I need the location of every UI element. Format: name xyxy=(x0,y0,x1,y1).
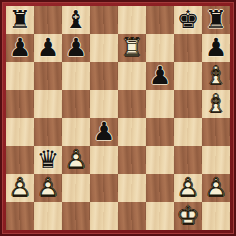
white-rook-e7[interactable]: ♜♖ xyxy=(118,34,146,62)
white-pawn-b2[interactable]: ♟♙ xyxy=(34,174,62,202)
piece-glyph: ♟ xyxy=(6,34,34,62)
square-e8[interactable] xyxy=(118,6,146,34)
piece-outline: ♙ xyxy=(6,174,34,202)
black-rook-a8[interactable]: ♜ xyxy=(6,6,34,34)
square-a3[interactable] xyxy=(6,146,34,174)
square-c3[interactable]: ♟♙ xyxy=(62,146,90,174)
square-a1[interactable] xyxy=(6,202,34,230)
square-d4[interactable]: ♟ xyxy=(90,118,118,146)
square-d2[interactable] xyxy=(90,174,118,202)
square-h7[interactable]: ♟ xyxy=(202,34,230,62)
piece-outline: ♗ xyxy=(202,90,230,118)
square-b2[interactable]: ♟♙ xyxy=(34,174,62,202)
square-g2[interactable]: ♟♙ xyxy=(174,174,202,202)
square-c2[interactable] xyxy=(62,174,90,202)
square-a6[interactable] xyxy=(6,62,34,90)
square-h8[interactable]: ♜ xyxy=(202,6,230,34)
square-e3[interactable] xyxy=(118,146,146,174)
white-pawn-c3[interactable]: ♟♙ xyxy=(62,146,90,174)
square-d6[interactable] xyxy=(90,62,118,90)
black-bishop-c8[interactable]: ♝ xyxy=(62,6,90,34)
square-b7[interactable]: ♟ xyxy=(34,34,62,62)
white-bishop-h5[interactable]: ♝♗ xyxy=(202,90,230,118)
square-c4[interactable] xyxy=(62,118,90,146)
black-pawn-c7[interactable]: ♟ xyxy=(62,34,90,62)
square-e6[interactable] xyxy=(118,62,146,90)
piece-glyph: ♟ xyxy=(90,118,118,146)
piece-glyph: ♚ xyxy=(174,6,202,34)
square-a8[interactable]: ♜ xyxy=(6,6,34,34)
piece-glyph: ♟ xyxy=(202,34,230,62)
square-d8[interactable] xyxy=(90,6,118,34)
square-b5[interactable] xyxy=(34,90,62,118)
piece-glyph: ♟ xyxy=(62,34,90,62)
square-b8[interactable] xyxy=(34,6,62,34)
square-d5[interactable] xyxy=(90,90,118,118)
board-frame: ♜♝♚♜♟♟♟♜♖♟♟♝♗♝♗♟♛♟♙♟♙♟♙♟♙♟♙♚♔ xyxy=(0,0,236,236)
square-b3[interactable]: ♛ xyxy=(34,146,62,174)
square-a4[interactable] xyxy=(6,118,34,146)
square-f6[interactable]: ♟ xyxy=(146,62,174,90)
black-rook-h8[interactable]: ♜ xyxy=(202,6,230,34)
black-pawn-h7[interactable]: ♟ xyxy=(202,34,230,62)
piece-outline: ♙ xyxy=(62,146,90,174)
square-c7[interactable]: ♟ xyxy=(62,34,90,62)
square-e4[interactable] xyxy=(118,118,146,146)
square-g1[interactable]: ♚♔ xyxy=(174,202,202,230)
square-d1[interactable] xyxy=(90,202,118,230)
piece-glyph: ♛ xyxy=(34,146,62,174)
white-pawn-a2[interactable]: ♟♙ xyxy=(6,174,34,202)
square-h5[interactable]: ♝♗ xyxy=(202,90,230,118)
square-a5[interactable] xyxy=(6,90,34,118)
piece-outline: ♗ xyxy=(202,62,230,90)
black-pawn-a7[interactable]: ♟ xyxy=(6,34,34,62)
square-g4[interactable] xyxy=(174,118,202,146)
black-pawn-f6[interactable]: ♟ xyxy=(146,62,174,90)
square-c6[interactable] xyxy=(62,62,90,90)
black-king-g8[interactable]: ♚ xyxy=(174,6,202,34)
black-pawn-d4[interactable]: ♟ xyxy=(90,118,118,146)
square-h4[interactable] xyxy=(202,118,230,146)
square-f8[interactable] xyxy=(146,6,174,34)
square-c5[interactable] xyxy=(62,90,90,118)
piece-glyph: ♟ xyxy=(146,62,174,90)
square-g5[interactable] xyxy=(174,90,202,118)
square-g7[interactable] xyxy=(174,34,202,62)
piece-outline: ♖ xyxy=(118,34,146,62)
square-h3[interactable] xyxy=(202,146,230,174)
piece-glyph: ♜ xyxy=(202,6,230,34)
piece-glyph: ♝ xyxy=(62,6,90,34)
piece-outline: ♙ xyxy=(202,174,230,202)
square-b4[interactable] xyxy=(34,118,62,146)
white-bishop-h6[interactable]: ♝♗ xyxy=(202,62,230,90)
square-c8[interactable]: ♝ xyxy=(62,6,90,34)
black-queen-b3[interactable]: ♛ xyxy=(34,146,62,174)
square-e2[interactable] xyxy=(118,174,146,202)
white-pawn-g2[interactable]: ♟♙ xyxy=(174,174,202,202)
white-pawn-h2[interactable]: ♟♙ xyxy=(202,174,230,202)
square-c1[interactable] xyxy=(62,202,90,230)
white-king-g1[interactable]: ♚♔ xyxy=(174,202,202,230)
square-e7[interactable]: ♜♖ xyxy=(118,34,146,62)
piece-glyph: ♟ xyxy=(34,34,62,62)
square-g3[interactable] xyxy=(174,146,202,174)
square-d3[interactable] xyxy=(90,146,118,174)
square-e5[interactable] xyxy=(118,90,146,118)
square-h6[interactable]: ♝♗ xyxy=(202,62,230,90)
square-f5[interactable] xyxy=(146,90,174,118)
piece-outline: ♙ xyxy=(34,174,62,202)
piece-glyph: ♜ xyxy=(6,6,34,34)
square-f4[interactable] xyxy=(146,118,174,146)
square-f1[interactable] xyxy=(146,202,174,230)
square-b1[interactable] xyxy=(34,202,62,230)
chess-board: ♜♝♚♜♟♟♟♜♖♟♟♝♗♝♗♟♛♟♙♟♙♟♙♟♙♟♙♚♔ xyxy=(6,6,230,230)
piece-outline: ♔ xyxy=(174,202,202,230)
square-d7[interactable] xyxy=(90,34,118,62)
square-a2[interactable]: ♟♙ xyxy=(6,174,34,202)
piece-outline: ♙ xyxy=(174,174,202,202)
square-f7[interactable] xyxy=(146,34,174,62)
square-a7[interactable]: ♟ xyxy=(6,34,34,62)
square-e1[interactable] xyxy=(118,202,146,230)
square-g8[interactable]: ♚ xyxy=(174,6,202,34)
square-b6[interactable] xyxy=(34,62,62,90)
square-g6[interactable] xyxy=(174,62,202,90)
square-h1[interactable] xyxy=(202,202,230,230)
square-f2[interactable] xyxy=(146,174,174,202)
black-pawn-b7[interactable]: ♟ xyxy=(34,34,62,62)
square-f3[interactable] xyxy=(146,146,174,174)
square-h2[interactable]: ♟♙ xyxy=(202,174,230,202)
